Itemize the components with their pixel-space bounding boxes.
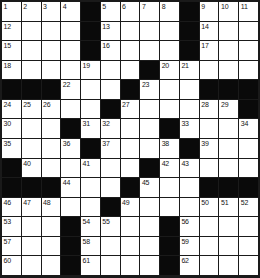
clue-number: 40 — [23, 159, 30, 168]
white-cell[interactable] — [219, 61, 238, 80]
black-cell — [81, 2, 100, 21]
white-cell[interactable] — [101, 237, 120, 256]
white-cell[interactable]: 60 — [2, 256, 21, 275]
black-cell — [101, 100, 120, 119]
white-cell[interactable] — [160, 22, 179, 41]
clue-number: 55 — [102, 217, 109, 226]
white-cell[interactable] — [140, 22, 159, 41]
white-cell[interactable]: 31 — [81, 119, 100, 138]
clue-number: 32 — [102, 119, 109, 128]
clue-number: 33 — [181, 119, 188, 128]
clue-number: 28 — [201, 100, 208, 109]
white-cell[interactable]: 20 — [160, 61, 179, 80]
white-cell[interactable]: 28 — [200, 100, 219, 119]
clue-number: 48 — [43, 198, 50, 207]
black-cell — [2, 178, 21, 197]
clue-number: 34 — [241, 119, 248, 128]
clue-number: 21 — [181, 61, 188, 70]
black-cell — [160, 217, 179, 236]
black-cell — [140, 61, 159, 80]
white-cell[interactable] — [22, 41, 41, 60]
black-cell — [239, 100, 258, 119]
white-cell[interactable] — [42, 119, 61, 138]
white-cell[interactable] — [219, 41, 238, 60]
clue-number: 26 — [43, 100, 50, 109]
white-cell[interactable] — [121, 159, 140, 178]
white-cell[interactable] — [200, 237, 219, 256]
white-cell[interactable] — [121, 61, 140, 80]
white-cell[interactable] — [239, 217, 258, 236]
clue-number: 6 — [122, 2, 126, 11]
white-cell[interactable] — [140, 256, 159, 275]
white-cell[interactable]: 37 — [101, 139, 120, 158]
white-cell[interactable] — [140, 217, 159, 236]
white-cell[interactable]: 46 — [2, 198, 21, 217]
white-cell[interactable] — [121, 217, 140, 236]
black-cell — [61, 237, 80, 256]
white-cell[interactable]: 41 — [81, 159, 100, 178]
white-cell[interactable] — [81, 100, 100, 119]
white-cell[interactable] — [121, 22, 140, 41]
white-cell[interactable]: 53 — [2, 217, 21, 236]
clue-number: 36 — [63, 139, 70, 148]
black-cell — [160, 237, 179, 256]
clue-number: 7 — [142, 2, 146, 11]
black-cell — [61, 217, 80, 236]
white-cell[interactable] — [219, 256, 238, 275]
black-cell — [180, 41, 199, 60]
white-cell[interactable] — [42, 256, 61, 275]
black-cell — [121, 80, 140, 99]
clue-number: 62 — [181, 256, 188, 265]
white-cell[interactable] — [140, 139, 159, 158]
clue-number: 41 — [83, 159, 90, 168]
clue-number: 47 — [23, 198, 30, 207]
white-cell[interactable] — [61, 41, 80, 60]
white-cell[interactable] — [160, 100, 179, 119]
white-cell[interactable] — [200, 119, 219, 138]
clue-number: 18 — [4, 61, 11, 70]
white-cell[interactable] — [61, 22, 80, 41]
white-cell[interactable]: 49 — [121, 198, 140, 217]
white-cell[interactable]: 23 — [140, 80, 159, 99]
white-cell[interactable] — [121, 41, 140, 60]
white-cell[interactable] — [200, 61, 219, 80]
black-cell — [180, 139, 199, 158]
white-cell[interactable]: 56 — [180, 217, 199, 236]
white-cell[interactable]: 54 — [81, 217, 100, 236]
white-cell[interactable]: 24 — [2, 100, 21, 119]
black-cell — [160, 119, 179, 138]
white-cell[interactable]: 5 — [101, 2, 120, 21]
white-cell[interactable]: 26 — [42, 100, 61, 119]
clue-number: 11 — [241, 2, 248, 11]
white-cell[interactable] — [140, 198, 159, 217]
black-cell — [61, 256, 80, 275]
clue-number: 3 — [43, 2, 47, 11]
white-cell[interactable]: 10 — [219, 2, 238, 21]
white-cell[interactable]: 39 — [200, 139, 219, 158]
clue-number: 50 — [201, 198, 208, 207]
white-cell[interactable]: 36 — [61, 139, 80, 158]
white-cell[interactable]: 48 — [42, 198, 61, 217]
black-cell — [101, 198, 120, 217]
white-cell[interactable]: 32 — [101, 119, 120, 138]
white-cell[interactable]: 55 — [101, 217, 120, 236]
white-cell[interactable] — [101, 61, 120, 80]
clue-number: 25 — [23, 100, 30, 109]
white-cell[interactable] — [160, 80, 179, 99]
white-cell[interactable]: 30 — [2, 119, 21, 138]
white-cell[interactable] — [219, 237, 238, 256]
white-cell[interactable] — [180, 178, 199, 197]
white-cell[interactable]: 50 — [200, 198, 219, 217]
white-cell[interactable]: 13 — [101, 22, 120, 41]
white-cell[interactable] — [180, 80, 199, 99]
white-cell[interactable]: 19 — [81, 61, 100, 80]
clue-number: 8 — [162, 2, 166, 11]
clue-number: 16 — [102, 41, 109, 50]
clue-number: 43 — [181, 159, 188, 168]
black-cell — [180, 22, 199, 41]
white-cell[interactable] — [140, 237, 159, 256]
white-cell[interactable]: 7 — [140, 2, 159, 21]
white-cell[interactable] — [22, 237, 41, 256]
white-cell[interactable] — [101, 256, 120, 275]
clue-number: 31 — [83, 119, 90, 128]
white-cell[interactable]: 14 — [200, 22, 219, 41]
clue-number: 19 — [83, 61, 90, 70]
black-cell — [121, 178, 140, 197]
white-cell[interactable]: 38 — [160, 139, 179, 158]
black-cell — [42, 178, 61, 197]
white-cell[interactable]: 18 — [2, 61, 21, 80]
white-cell[interactable] — [42, 61, 61, 80]
white-cell[interactable]: 58 — [81, 237, 100, 256]
clue-number: 39 — [201, 139, 208, 148]
black-cell — [42, 80, 61, 99]
white-cell[interactable]: 17 — [200, 41, 219, 60]
white-cell[interactable]: 61 — [81, 256, 100, 275]
white-cell[interactable] — [81, 198, 100, 217]
clue-number: 52 — [241, 198, 248, 207]
clue-number: 35 — [4, 139, 11, 148]
white-cell[interactable] — [22, 217, 41, 236]
white-cell[interactable] — [160, 198, 179, 217]
white-cell[interactable] — [239, 61, 258, 80]
white-cell[interactable]: 15 — [2, 41, 21, 60]
clue-number: 29 — [221, 100, 228, 109]
clue-number: 38 — [162, 139, 169, 148]
white-cell[interactable] — [140, 119, 159, 138]
white-cell[interactable]: 21 — [180, 61, 199, 80]
white-cell[interactable] — [140, 41, 159, 60]
white-cell[interactable] — [239, 159, 258, 178]
white-cell[interactable] — [121, 256, 140, 275]
white-cell[interactable]: 3 — [42, 2, 61, 21]
white-cell[interactable] — [219, 159, 238, 178]
white-cell[interactable] — [239, 139, 258, 158]
clue-number: 13 — [102, 22, 109, 31]
black-cell — [219, 178, 238, 197]
white-cell[interactable]: 12 — [2, 22, 21, 41]
white-cell[interactable] — [121, 237, 140, 256]
clue-number: 5 — [102, 2, 106, 11]
white-cell[interactable]: 4 — [61, 2, 80, 21]
white-cell[interactable] — [61, 100, 80, 119]
white-cell[interactable] — [61, 159, 80, 178]
black-cell — [61, 119, 80, 138]
white-cell[interactable] — [81, 178, 100, 197]
clue-number: 14 — [201, 22, 208, 31]
clue-number: 27 — [122, 100, 129, 109]
white-cell[interactable]: 16 — [101, 41, 120, 60]
clue-number: 53 — [4, 217, 11, 226]
white-cell[interactable] — [22, 22, 41, 41]
clue-number: 57 — [4, 237, 11, 246]
white-cell[interactable]: 44 — [61, 178, 80, 197]
white-cell[interactable]: 9 — [200, 2, 219, 21]
white-cell[interactable]: 1 — [2, 2, 21, 21]
white-cell[interactable]: 29 — [219, 100, 238, 119]
black-cell — [2, 80, 21, 99]
white-cell[interactable]: 43 — [180, 159, 199, 178]
white-cell[interactable] — [219, 217, 238, 236]
white-cell[interactable] — [101, 80, 120, 99]
white-cell[interactable] — [140, 100, 159, 119]
clue-number: 56 — [181, 217, 188, 226]
white-cell[interactable] — [160, 41, 179, 60]
black-cell — [160, 256, 179, 275]
white-cell[interactable] — [42, 237, 61, 256]
white-cell[interactable]: 45 — [140, 178, 159, 197]
white-cell[interactable]: 33 — [180, 119, 199, 138]
black-cell — [200, 178, 219, 197]
white-cell[interactable]: 11 — [239, 2, 258, 21]
white-cell[interactable]: 25 — [22, 100, 41, 119]
clue-number: 15 — [4, 41, 11, 50]
white-cell[interactable]: 47 — [22, 198, 41, 217]
clue-number: 24 — [4, 100, 11, 109]
white-cell[interactable] — [239, 237, 258, 256]
black-cell — [219, 80, 238, 99]
black-cell — [81, 22, 100, 41]
clue-number: 49 — [122, 198, 129, 207]
white-cell[interactable]: 42 — [160, 159, 179, 178]
clue-number: 46 — [4, 198, 11, 207]
white-cell[interactable]: 8 — [160, 2, 179, 21]
white-cell[interactable] — [22, 256, 41, 275]
clue-number: 20 — [162, 61, 169, 70]
black-cell — [22, 80, 41, 99]
white-cell[interactable]: 34 — [239, 119, 258, 138]
white-cell[interactable] — [239, 41, 258, 60]
clue-number: 2 — [23, 2, 27, 11]
white-cell[interactable]: 27 — [121, 100, 140, 119]
white-cell[interactable]: 59 — [180, 237, 199, 256]
white-cell[interactable] — [22, 61, 41, 80]
white-cell[interactable] — [42, 41, 61, 60]
white-cell[interactable] — [219, 22, 238, 41]
white-cell[interactable] — [200, 256, 219, 275]
clue-number: 4 — [63, 2, 67, 11]
white-cell[interactable]: 51 — [219, 198, 238, 217]
black-cell — [239, 178, 258, 197]
white-cell[interactable] — [200, 159, 219, 178]
white-cell[interactable] — [121, 139, 140, 158]
clue-number: 1 — [4, 2, 8, 11]
black-cell — [81, 41, 100, 60]
clue-number: 51 — [221, 198, 228, 207]
white-cell[interactable] — [160, 178, 179, 197]
white-cell[interactable]: 57 — [2, 237, 21, 256]
black-cell — [180, 2, 199, 21]
clue-number: 59 — [181, 237, 188, 246]
black-cell — [81, 139, 100, 158]
crossword-board: 1234567891011121314151617181920212223242… — [0, 0, 260, 278]
white-cell[interactable]: 40 — [22, 159, 41, 178]
clue-number: 37 — [102, 139, 109, 148]
white-cell[interactable] — [42, 22, 61, 41]
white-cell[interactable]: 35 — [2, 139, 21, 158]
white-cell[interactable]: 62 — [180, 256, 199, 275]
white-cell[interactable] — [61, 61, 80, 80]
white-cell[interactable] — [22, 119, 41, 138]
white-cell[interactable] — [219, 119, 238, 138]
clue-number: 9 — [201, 2, 205, 11]
clue-number: 12 — [4, 22, 11, 31]
clue-number: 23 — [142, 80, 149, 89]
black-cell — [140, 159, 159, 178]
clue-number: 42 — [162, 159, 169, 168]
white-cell[interactable] — [180, 100, 199, 119]
white-cell[interactable] — [239, 256, 258, 275]
white-cell[interactable] — [42, 159, 61, 178]
white-cell[interactable] — [61, 198, 80, 217]
white-cell[interactable] — [42, 139, 61, 158]
clue-number: 58 — [83, 237, 90, 246]
black-cell — [22, 178, 41, 197]
clue-number: 44 — [63, 178, 70, 187]
clue-number: 17 — [201, 41, 208, 50]
white-cell[interactable]: 22 — [61, 80, 80, 99]
white-cell[interactable]: 6 — [121, 2, 140, 21]
white-cell[interactable] — [81, 80, 100, 99]
clue-number: 10 — [221, 2, 228, 11]
clue-number: 54 — [83, 217, 90, 226]
white-cell[interactable] — [42, 217, 61, 236]
white-cell[interactable] — [101, 178, 120, 197]
clue-number: 45 — [142, 178, 149, 187]
clue-number: 60 — [4, 256, 11, 265]
white-cell[interactable]: 2 — [22, 2, 41, 21]
black-cell — [239, 80, 258, 99]
clue-number: 30 — [4, 119, 11, 128]
black-cell — [2, 159, 21, 178]
white-cell[interactable] — [121, 119, 140, 138]
white-cell[interactable] — [200, 217, 219, 236]
white-cell[interactable] — [219, 139, 238, 158]
clue-number: 22 — [63, 80, 70, 89]
white-cell[interactable] — [22, 139, 41, 158]
white-cell[interactable] — [239, 22, 258, 41]
white-cell[interactable] — [101, 159, 120, 178]
white-cell[interactable] — [180, 198, 199, 217]
white-cell[interactable]: 52 — [239, 198, 258, 217]
clue-number: 61 — [83, 256, 90, 265]
black-cell — [200, 80, 219, 99]
